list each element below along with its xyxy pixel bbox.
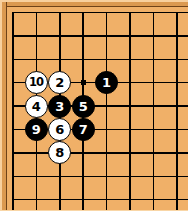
grid-line-vertical xyxy=(153,12,155,211)
grid-line-horizontal xyxy=(12,199,188,201)
frame-highlight-bottom xyxy=(0,210,188,212)
stone-white-6: 6 xyxy=(48,118,71,141)
star-point xyxy=(81,80,86,85)
move-number-label: 7 xyxy=(79,123,88,136)
move-number-label: 2 xyxy=(55,76,64,89)
stone-white-4: 4 xyxy=(25,95,48,118)
grid-line-horizontal xyxy=(12,35,188,37)
grid-line-vertical xyxy=(129,12,131,211)
grid-line-horizontal xyxy=(12,152,188,154)
grid-line-horizontal xyxy=(12,12,188,14)
move-number-label: 3 xyxy=(55,99,64,112)
stone-black-9: 9 xyxy=(25,118,48,141)
grid-line-horizontal xyxy=(12,176,188,178)
grid-line-vertical xyxy=(106,12,108,211)
move-number-label: 9 xyxy=(32,123,41,136)
frame-highlight-left xyxy=(0,0,2,211)
move-number-label: 4 xyxy=(32,99,41,112)
move-number-label: 10 xyxy=(29,76,43,88)
stone-black-7: 7 xyxy=(72,118,95,141)
stone-white-2: 2 xyxy=(48,71,71,94)
grid-line-vertical xyxy=(12,12,14,211)
move-number-label: 8 xyxy=(55,146,64,159)
stone-white-10: 10 xyxy=(25,71,48,94)
move-number-label: 1 xyxy=(102,76,111,89)
move-number-label: 6 xyxy=(55,123,64,136)
stone-black-1: 1 xyxy=(95,71,118,94)
go-board: 12345678910 xyxy=(0,0,188,211)
stone-black-3: 3 xyxy=(48,95,71,118)
grid-line-vertical xyxy=(176,12,178,211)
stone-black-5: 5 xyxy=(72,95,95,118)
move-number-label: 5 xyxy=(79,99,88,112)
go-diagram: 12345678910 xyxy=(0,0,188,211)
frame-highlight-top xyxy=(0,0,188,2)
grid-line-horizontal xyxy=(12,59,188,61)
stone-white-8: 8 xyxy=(48,141,71,164)
